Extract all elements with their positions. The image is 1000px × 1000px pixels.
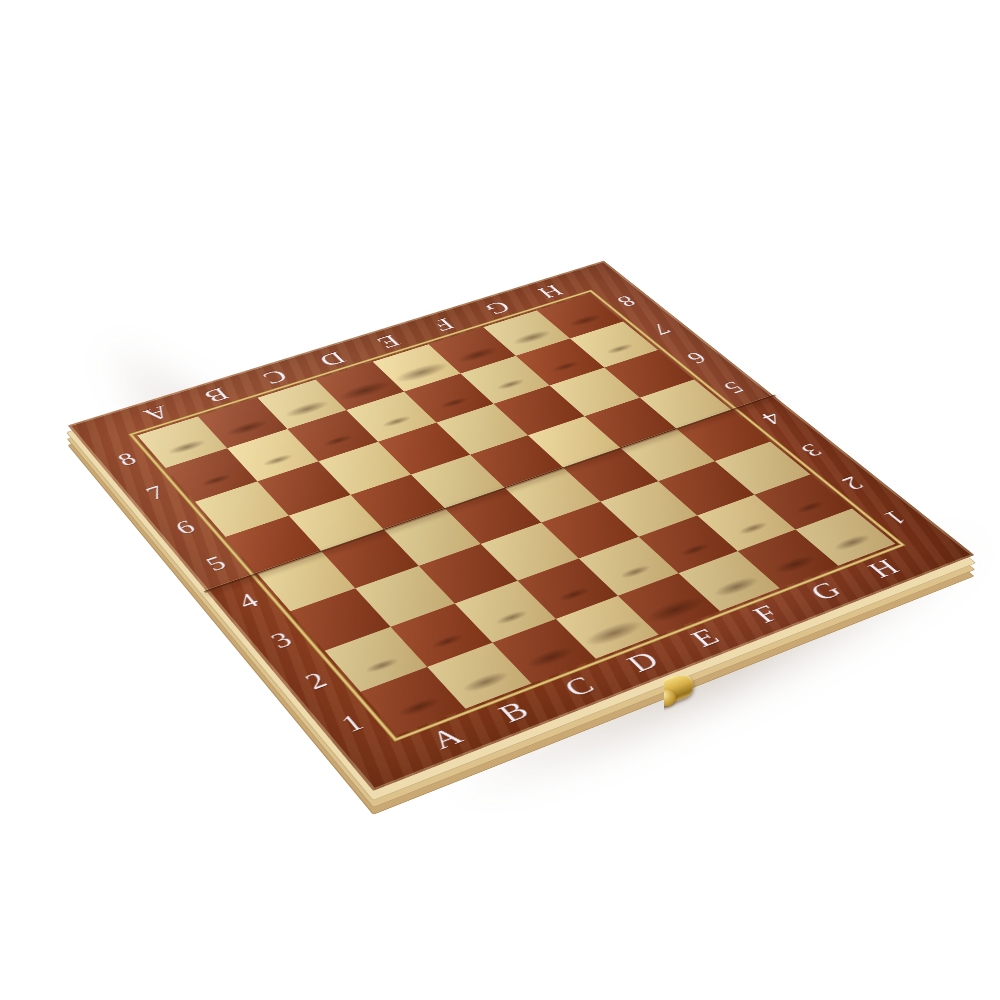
chess-board: ABCDEFGH ABCDEFGH 87654321 87654321 ♜♞♝♛… <box>68 261 975 791</box>
latch-knob <box>657 690 676 707</box>
scene: ABCDEFGH ABCDEFGH 87654321 87654321 ♜♞♝♛… <box>0 0 1000 1000</box>
product-photo-page: ABCDEFGH ABCDEFGH 87654321 87654321 ♜♞♝♛… <box>0 0 1000 1000</box>
rook-glyph: ♜ <box>379 614 466 711</box>
